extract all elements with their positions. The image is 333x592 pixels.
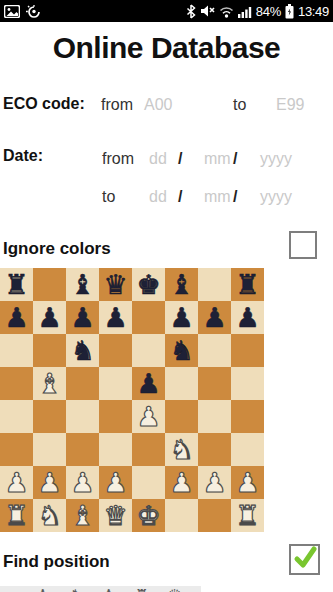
eco-code-label: ECO code: xyxy=(3,95,85,113)
square-a6 xyxy=(0,334,33,367)
square-f3: ♞ xyxy=(165,433,198,466)
square-b4 xyxy=(33,400,66,433)
square-a5 xyxy=(0,367,33,400)
black-pawn-piece: ♟ xyxy=(4,301,28,334)
square-g6 xyxy=(198,334,231,367)
white-pawn-piece: ♟ xyxy=(235,466,259,499)
black-king-piece: ♚ xyxy=(136,268,160,301)
find-position-label: Find position xyxy=(3,552,110,572)
square-h8: ♜ xyxy=(231,268,264,301)
square-h2: ♟ xyxy=(231,466,264,499)
square-g2: ♟ xyxy=(198,466,231,499)
square-g4 xyxy=(198,400,231,433)
wifi-icon xyxy=(219,5,234,18)
square-e4: ♟ xyxy=(132,400,165,433)
square-e7 xyxy=(132,301,165,334)
date-to-month-input[interactable]: mm xyxy=(204,188,231,206)
battery-percent: 84% xyxy=(256,4,281,19)
online-database-screen: 84% 13:49 Online Database ECO code: from… xyxy=(0,0,333,592)
black-queen-piece: ♛ xyxy=(103,268,127,301)
palette-queen-button[interactable]: ♛ xyxy=(168,588,181,592)
battery-charging-icon xyxy=(285,4,294,19)
square-b3 xyxy=(33,433,66,466)
status-bar-left xyxy=(0,5,42,18)
date-separator: / xyxy=(233,150,237,168)
square-c5 xyxy=(66,367,99,400)
square-d4 xyxy=(99,400,132,433)
chess-board: ♜♝♛♚♝♜♟♟♟♟♟♟♟♞♞♝♟♟♞♟♟♟♟♟♟♟♜♞♝♛♚♜ xyxy=(0,268,264,532)
square-f7: ♟ xyxy=(165,301,198,334)
black-knight-piece: ♞ xyxy=(70,334,94,367)
square-f5 xyxy=(165,367,198,400)
white-knight-piece: ♞ xyxy=(169,433,193,466)
palette-rook-button[interactable]: ♜ xyxy=(135,588,148,592)
black-pawn-piece: ♟ xyxy=(136,367,160,400)
square-d8: ♛ xyxy=(99,268,132,301)
square-g5 xyxy=(198,367,231,400)
checkmark-icon xyxy=(292,545,318,575)
square-e1: ♚ xyxy=(132,499,165,532)
square-g3 xyxy=(198,433,231,466)
square-a2: ♟ xyxy=(0,466,33,499)
square-f4 xyxy=(165,400,198,433)
square-a4 xyxy=(0,400,33,433)
square-c3 xyxy=(66,433,99,466)
square-b7: ♟ xyxy=(33,301,66,334)
white-bishop-piece: ♝ xyxy=(37,367,61,400)
date-to-year-input[interactable]: yyyy xyxy=(260,188,292,206)
square-h7: ♟ xyxy=(231,301,264,334)
black-knight-piece: ♞ xyxy=(169,334,193,367)
square-f2: ♟ xyxy=(165,466,198,499)
black-bishop-piece: ♝ xyxy=(169,268,193,301)
date-separator: / xyxy=(233,188,237,206)
date-to-label: to xyxy=(102,188,115,206)
ignore-colors-checkbox[interactable] xyxy=(289,231,317,259)
piece-palette-strip[interactable]: ♟♞♝♜♛♚ xyxy=(0,586,201,592)
square-b8 xyxy=(33,268,66,301)
date-separator: / xyxy=(178,188,182,206)
square-d7: ♟ xyxy=(99,301,132,334)
palette-bishop-button[interactable]: ♝ xyxy=(102,588,115,592)
status-bar-right: 84% 13:49 xyxy=(186,4,333,19)
black-rook-piece: ♜ xyxy=(235,268,259,301)
eco-from-label: from xyxy=(101,96,133,114)
white-rook-piece: ♜ xyxy=(4,499,28,532)
square-e5: ♟ xyxy=(132,367,165,400)
square-h3 xyxy=(231,433,264,466)
square-c4 xyxy=(66,400,99,433)
black-pawn-piece: ♟ xyxy=(235,301,259,334)
square-d2: ♟ xyxy=(99,466,132,499)
square-b1: ♞ xyxy=(33,499,66,532)
square-c6: ♞ xyxy=(66,334,99,367)
photo-notification-icon xyxy=(4,5,20,18)
black-bishop-piece: ♝ xyxy=(70,268,94,301)
clock: 13:49 xyxy=(298,4,329,19)
square-h4 xyxy=(231,400,264,433)
white-knight-piece: ♞ xyxy=(37,499,61,532)
white-king-piece: ♚ xyxy=(136,499,160,532)
square-f1 xyxy=(165,499,198,532)
square-g7: ♟ xyxy=(198,301,231,334)
square-d5 xyxy=(99,367,132,400)
square-f8: ♝ xyxy=(165,268,198,301)
black-pawn-piece: ♟ xyxy=(169,301,193,334)
ignore-colors-label: Ignore colors xyxy=(3,239,111,259)
black-pawn-piece: ♟ xyxy=(202,301,226,334)
date-from-month-input[interactable]: mm xyxy=(204,150,231,168)
square-b5: ♝ xyxy=(33,367,66,400)
black-pawn-piece: ♟ xyxy=(70,301,94,334)
square-e2 xyxy=(132,466,165,499)
square-h5 xyxy=(231,367,264,400)
square-a3 xyxy=(0,433,33,466)
date-from-label: from xyxy=(102,150,134,168)
square-g8 xyxy=(198,268,231,301)
bluetooth-icon xyxy=(186,4,196,19)
square-d6 xyxy=(99,334,132,367)
square-b6 xyxy=(33,334,66,367)
eco-to-label: to xyxy=(233,96,246,114)
date-separator: / xyxy=(178,150,182,168)
white-pawn-piece: ♟ xyxy=(169,466,193,499)
square-h6 xyxy=(231,334,264,367)
square-e8: ♚ xyxy=(132,268,165,301)
black-pawn-piece: ♟ xyxy=(103,301,127,334)
signal-icon xyxy=(238,5,252,18)
white-pawn-piece: ♟ xyxy=(136,400,160,433)
square-c8: ♝ xyxy=(66,268,99,301)
square-b2: ♟ xyxy=(33,466,66,499)
black-pawn-piece: ♟ xyxy=(37,301,61,334)
white-pawn-piece: ♟ xyxy=(4,466,28,499)
square-h1: ♜ xyxy=(231,499,264,532)
white-rook-piece: ♜ xyxy=(235,499,259,532)
square-f6: ♞ xyxy=(165,334,198,367)
square-a7: ♟ xyxy=(0,301,33,334)
palette-pawn-button[interactable]: ♟ xyxy=(36,588,49,592)
date-from-year-input[interactable]: yyyy xyxy=(260,150,292,168)
date-label: Date: xyxy=(3,147,43,165)
square-d3 xyxy=(99,433,132,466)
page-title: Online Database xyxy=(0,31,333,65)
white-pawn-piece: ♟ xyxy=(202,466,226,499)
smart-stay-icon xyxy=(25,5,42,18)
white-pawn-piece: ♟ xyxy=(37,466,61,499)
status-bar: 84% 13:49 xyxy=(0,0,333,22)
date-to-day-input[interactable]: dd xyxy=(149,188,167,206)
white-queen-piece: ♛ xyxy=(103,499,127,532)
square-e3 xyxy=(132,433,165,466)
square-g1 xyxy=(198,499,231,532)
mute-icon xyxy=(200,4,215,18)
square-e6 xyxy=(132,334,165,367)
eco-from-input[interactable]: A00 xyxy=(144,96,172,114)
square-c1: ♝ xyxy=(66,499,99,532)
find-position-checkbox[interactable] xyxy=(289,544,320,575)
white-pawn-piece: ♟ xyxy=(103,466,127,499)
black-rook-piece: ♜ xyxy=(4,268,28,301)
square-d1: ♛ xyxy=(99,499,132,532)
white-bishop-piece: ♝ xyxy=(70,499,94,532)
date-from-day-input[interactable]: dd xyxy=(149,150,167,168)
square-a1: ♜ xyxy=(0,499,33,532)
eco-to-input[interactable]: E99 xyxy=(276,96,304,114)
palette-knight-button[interactable]: ♞ xyxy=(69,588,82,592)
square-c7: ♟ xyxy=(66,301,99,334)
square-a8: ♜ xyxy=(0,268,33,301)
square-c2: ♟ xyxy=(66,466,99,499)
white-pawn-piece: ♟ xyxy=(70,466,94,499)
